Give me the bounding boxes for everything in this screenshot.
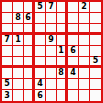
sudoku-cell-r6c3-empty[interactable]: [24, 57, 35, 68]
sudoku-cell-r5c5-empty[interactable]: [46, 46, 57, 57]
sudoku-cell-r9c8-empty[interactable]: [79, 90, 90, 101]
sudoku-cell-r1c7-empty[interactable]: [68, 2, 79, 13]
sudoku-cell-r7c7-given: 4: [68, 68, 79, 79]
sudoku-cell-r9c7-empty[interactable]: [68, 90, 79, 101]
sudoku-cell-r2c3-given: 6: [24, 13, 35, 24]
sudoku-cell-r8c2-empty[interactable]: [13, 79, 24, 90]
sudoku-cell-r3c3-empty[interactable]: [24, 24, 35, 35]
sudoku-cell-r4c9-empty[interactable]: [90, 35, 101, 46]
sudoku-cell-r8c4-given: 4: [35, 79, 46, 90]
sudoku-cell-r1c4-given: 5: [35, 2, 46, 13]
sudoku-cell-r2c2-given: 8: [13, 13, 24, 24]
sudoku-board: 57286719165845436: [0, 0, 103, 103]
sudoku-cell-r1c9-empty[interactable]: [90, 2, 101, 13]
sudoku-cell-r9c4-given: 6: [35, 90, 46, 101]
sudoku-cell-r8c6-empty[interactable]: [57, 79, 68, 90]
sudoku-cell-r4c7-empty[interactable]: [68, 35, 79, 46]
sudoku-cell-r2c1-empty[interactable]: [2, 13, 13, 24]
sudoku-cell-r8c9-empty[interactable]: [90, 79, 101, 90]
sudoku-cell-r1c2-empty[interactable]: [13, 2, 24, 13]
sudoku-cell-r3c9-empty[interactable]: [90, 24, 101, 35]
sudoku-cell-r4c5-given: 9: [46, 35, 57, 46]
sudoku-cell-r2c6-empty[interactable]: [57, 13, 68, 24]
sudoku-cell-r3c1-empty[interactable]: [2, 24, 13, 35]
sudoku-cell-r7c2-empty[interactable]: [13, 68, 24, 79]
sudoku-cell-r8c3-empty[interactable]: [24, 79, 35, 90]
sudoku-cell-r7c3-empty[interactable]: [24, 68, 35, 79]
sudoku-cell-r1c1-empty[interactable]: [2, 2, 13, 13]
sudoku-cell-r6c4-empty[interactable]: [35, 57, 46, 68]
sudoku-cell-r6c1-empty[interactable]: [2, 57, 13, 68]
sudoku-cell-r3c4-empty[interactable]: [35, 24, 46, 35]
sudoku-cell-r2c7-empty[interactable]: [68, 13, 79, 24]
sudoku-cell-r5c6-given: 1: [57, 46, 68, 57]
sudoku-cell-r8c7-empty[interactable]: [68, 79, 79, 90]
sudoku-cell-r8c5-empty[interactable]: [46, 79, 57, 90]
sudoku-cell-r4c1-given: 7: [2, 35, 13, 46]
sudoku-cell-r9c9-empty[interactable]: [90, 90, 101, 101]
sudoku-cell-r5c8-empty[interactable]: [79, 46, 90, 57]
sudoku-cell-r9c1-given: 3: [2, 90, 13, 101]
sudoku-cell-r6c9-given: 5: [90, 57, 101, 68]
sudoku-cell-r8c8-empty[interactable]: [79, 79, 90, 90]
sudoku-cell-r6c8-empty[interactable]: [79, 57, 90, 68]
sudoku-cell-r5c1-empty[interactable]: [2, 46, 13, 57]
sudoku-cell-r3c2-empty[interactable]: [13, 24, 24, 35]
sudoku-cell-r1c5-given: 7: [46, 2, 57, 13]
sudoku-cell-r4c2-given: 1: [13, 35, 24, 46]
sudoku-cell-r2c8-empty[interactable]: [79, 13, 90, 24]
sudoku-cell-r2c4-empty[interactable]: [35, 13, 46, 24]
sudoku-cell-r3c8-empty[interactable]: [79, 24, 90, 35]
sudoku-cell-r6c7-empty[interactable]: [68, 57, 79, 68]
sudoku-cell-r8c1-given: 5: [2, 79, 13, 90]
sudoku-cell-r9c5-empty[interactable]: [46, 90, 57, 101]
sudoku-cell-r5c3-empty[interactable]: [24, 46, 35, 57]
sudoku-cell-r5c2-empty[interactable]: [13, 46, 24, 57]
sudoku-cell-r1c6-empty[interactable]: [57, 2, 68, 13]
sudoku-cell-r7c4-empty[interactable]: [35, 68, 46, 79]
sudoku-cell-r9c2-empty[interactable]: [13, 90, 24, 101]
sudoku-cell-r7c6-given: 8: [57, 68, 68, 79]
sudoku-cell-r4c6-empty[interactable]: [57, 35, 68, 46]
sudoku-cell-r3c6-empty[interactable]: [57, 24, 68, 35]
sudoku-cell-r3c7-empty[interactable]: [68, 24, 79, 35]
sudoku-cell-r4c4-empty[interactable]: [35, 35, 46, 46]
sudoku-cell-r3c5-empty[interactable]: [46, 24, 57, 35]
sudoku-cell-r1c8-given: 2: [79, 2, 90, 13]
sudoku-cell-r5c4-empty[interactable]: [35, 46, 46, 57]
sudoku-cell-r2c5-empty[interactable]: [46, 13, 57, 24]
sudoku-cell-r7c9-empty[interactable]: [90, 68, 101, 79]
sudoku-cell-r9c3-empty[interactable]: [24, 90, 35, 101]
sudoku-cell-r2c9-empty[interactable]: [90, 13, 101, 24]
sudoku-cell-r6c2-empty[interactable]: [13, 57, 24, 68]
sudoku-cell-r4c3-empty[interactable]: [24, 35, 35, 46]
sudoku-cell-r1c3-empty[interactable]: [24, 2, 35, 13]
sudoku-cell-r7c8-empty[interactable]: [79, 68, 90, 79]
sudoku-cell-r4c8-empty[interactable]: [79, 35, 90, 46]
sudoku-cell-r6c5-empty[interactable]: [46, 57, 57, 68]
sudoku-cell-r9c6-empty[interactable]: [57, 90, 68, 101]
sudoku-cell-r7c5-empty[interactable]: [46, 68, 57, 79]
sudoku-cell-r5c7-given: 6: [68, 46, 79, 57]
sudoku-cell-r6c6-empty[interactable]: [57, 57, 68, 68]
sudoku-cell-r7c1-empty[interactable]: [2, 68, 13, 79]
